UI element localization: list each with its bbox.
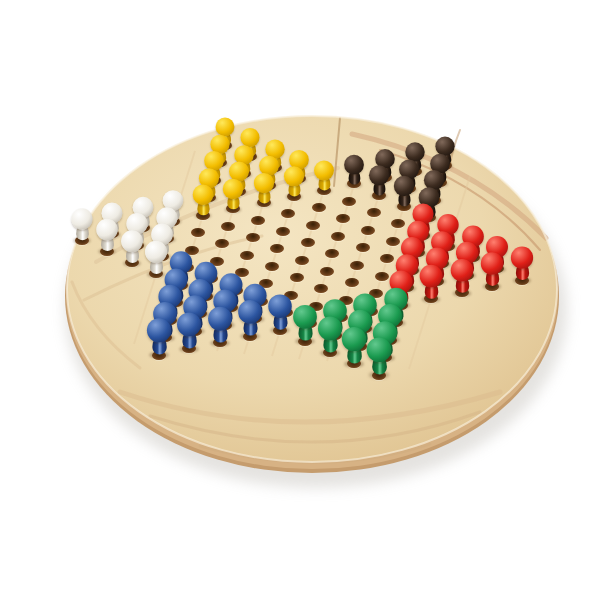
board-hole[interactable] [320,267,334,276]
peg-ball [147,318,171,342]
board-hole[interactable] [191,228,205,237]
board-holes-layer [0,0,600,600]
peg-ball [481,253,503,275]
peg-green[interactable] [316,316,342,358]
peg-ball [511,247,533,269]
peg-ball [238,300,262,324]
peg-ball [71,208,92,229]
peg-red[interactable] [449,259,474,298]
peg-yellow[interactable] [313,160,335,195]
board-hole[interactable] [290,273,304,282]
board-hole[interactable] [240,251,254,260]
peg-ball [268,294,292,318]
peg-white[interactable] [70,208,93,245]
board-hole[interactable] [295,256,309,265]
board-hole[interactable] [301,238,315,247]
peg-ball [223,178,243,198]
board-hole[interactable] [276,227,290,236]
peg-ball [216,117,235,136]
board-hole[interactable] [306,221,320,230]
peg-ball [208,306,232,330]
peg-white[interactable] [120,230,144,268]
board-hole[interactable] [246,233,260,242]
board-hole[interactable] [221,222,235,231]
peg-ball [420,264,443,287]
peg-ball [293,305,317,329]
peg-ball [121,230,143,252]
board-hole[interactable] [367,208,381,217]
peg-ball [96,219,118,241]
board-hole[interactable] [281,209,295,218]
peg-blue[interactable] [206,306,232,347]
board-hole[interactable] [380,254,394,263]
board-hole[interactable] [331,232,345,241]
peg-white[interactable] [95,219,118,256]
peg-green[interactable] [341,327,368,369]
peg-ball [369,165,389,185]
board-hole[interactable] [350,261,364,270]
board-hole[interactable] [325,249,339,258]
peg-ball [450,259,473,282]
peg-ball [314,160,334,180]
peg-blue[interactable] [146,318,172,360]
peg-ball [145,241,167,263]
board-hole[interactable] [375,272,389,281]
peg-green[interactable] [292,305,318,346]
peg-green[interactable] [366,337,393,380]
peg-ball [177,312,201,336]
board-hole[interactable] [251,216,265,225]
board-hole[interactable] [342,197,356,206]
board-hole[interactable] [265,262,279,271]
peg-ball [344,155,364,175]
peg-black[interactable] [343,155,365,189]
board-hole[interactable] [270,244,284,253]
board-hole[interactable] [345,278,359,287]
peg-red[interactable] [510,247,534,285]
board-hole[interactable] [361,226,375,235]
peg-red[interactable] [480,253,504,292]
peg-ball [193,184,214,205]
peg-ball [317,316,341,340]
peg-yellow[interactable] [252,172,274,207]
peg-blue[interactable] [267,294,293,335]
peg-ball [342,327,366,351]
peg-blue[interactable] [237,300,263,341]
peg-yellow[interactable] [283,166,305,201]
board-hole[interactable] [312,203,326,212]
board-hole[interactable] [386,237,400,246]
peg-blue[interactable] [176,312,202,353]
board-hole[interactable] [356,243,370,252]
board-hole[interactable] [215,239,229,248]
board-hole[interactable] [314,284,328,293]
board-hole[interactable] [391,219,405,228]
peg-yellow[interactable] [222,178,244,213]
peg-yellow[interactable] [192,184,214,220]
peg-ball [284,166,304,186]
product-photo [0,0,600,600]
peg-red[interactable] [419,264,444,303]
board-hole[interactable] [336,214,350,223]
peg-ball [394,176,414,196]
peg-ball [253,172,273,192]
peg-ball [367,337,392,362]
peg-black[interactable] [368,165,390,200]
